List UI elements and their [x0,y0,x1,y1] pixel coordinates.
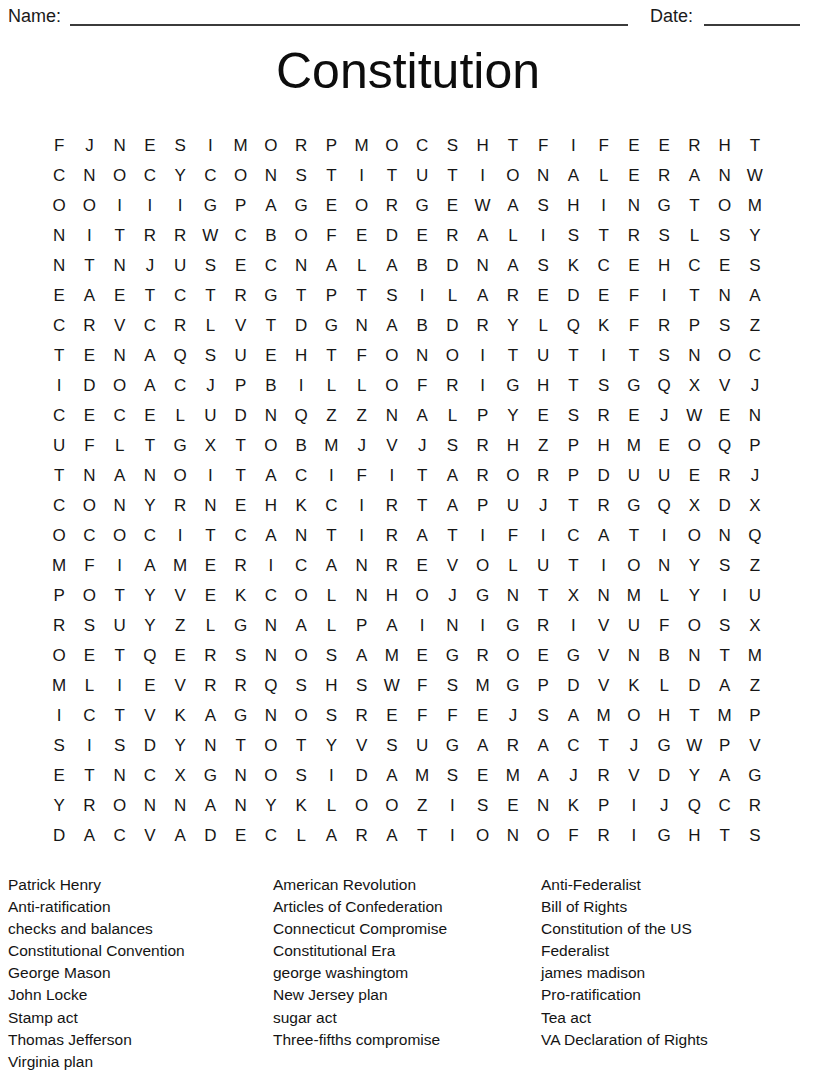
grid-cell: G [256,281,286,311]
grid-cell: C [256,581,286,611]
grid-cell: T [558,371,588,401]
grid-cell: I [407,611,437,641]
grid-cell: R [649,161,679,191]
grid-cell: B [407,311,437,341]
grid-cell: E [316,191,346,221]
grid-cell: I [619,791,649,821]
grid-cell: M [347,131,377,161]
grid-cell: N [710,161,740,191]
grid-cell: Z [740,551,770,581]
grid-cell: A [468,731,498,761]
grid-cell: S [44,731,74,761]
grid-cell: T [619,341,649,371]
grid-cell: J [195,371,225,401]
grid-cell: N [498,581,528,611]
grid-cell: C [44,161,74,191]
grid-cell: M [44,671,74,701]
grid-cell: A [347,641,377,671]
grid-cell: S [528,191,558,221]
grid-cell: T [74,761,104,791]
grid-cell: N [589,581,619,611]
grid-cell: G [498,671,528,701]
grid-cell: R [377,551,407,581]
grid-cell: C [135,761,165,791]
grid-cell: N [347,311,377,341]
word-list-item: Constitutional Era [273,940,541,962]
grid-cell: K [558,791,588,821]
grid-cell: V [226,311,256,341]
grid-cell: I [195,461,225,491]
grid-cell: C [44,401,74,431]
word-list-item: Bill of Rights [541,896,816,918]
grid-cell: C [105,821,135,851]
grid-cell: P [316,281,346,311]
grid-cell: D [195,821,225,851]
grid-cell: M [377,641,407,671]
grid-cell: Y [256,791,286,821]
grid-cell: I [44,701,74,731]
grid-cell: T [316,161,346,191]
grid-cell: A [105,461,135,491]
grid-cell: R [437,371,467,401]
grid-cell: X [740,491,770,521]
grid-cell: O [407,581,437,611]
grid-cell: Z [407,791,437,821]
grid-cell: D [377,221,407,251]
grid-cell: N [105,131,135,161]
grid-cell: S [710,611,740,641]
grid-cell: T [195,281,225,311]
grid-cell: I [256,551,286,581]
grid-cell: L [679,221,709,251]
grid-cell: E [619,161,649,191]
grid-cell: M [619,431,649,461]
grid-cell: A [286,611,316,641]
grid-cell: H [649,251,679,281]
grid-cell: N [649,551,679,581]
grid-cell: S [316,701,346,731]
grid-cell: M [407,761,437,791]
grid-cell: T [407,461,437,491]
grid-cell: A [377,611,407,641]
grid-cell: U [105,611,135,641]
grid-cell: O [105,371,135,401]
grid-cell: R [377,521,407,551]
word-list-item: checks and balances [8,918,273,940]
grid-cell: S [437,431,467,461]
grid-cell: L [195,311,225,341]
grid-cell: L [316,371,346,401]
grid-cell: C [740,341,770,371]
grid-cell: V [710,371,740,401]
grid-cell: R [589,491,619,521]
word-list-item: sugar act [273,1007,541,1029]
grid-cell: A [377,761,407,791]
date-blank-line [704,6,800,26]
grid-cell: N [377,401,407,431]
grid-cell: I [619,821,649,851]
grid-cell: O [498,641,528,671]
grid-cell: I [528,221,558,251]
grid-cell: R [377,191,407,221]
grid-cell: B [256,371,286,401]
grid-cell: L [316,581,346,611]
grid-cell: L [316,611,346,641]
grid-cell: R [468,641,498,671]
grid-cell: O [286,581,316,611]
grid-cell: A [437,461,467,491]
grid-cell: N [619,641,649,671]
grid-cell: C [256,821,286,851]
grid-cell: T [256,311,286,341]
grid-cell: Z [347,401,377,431]
grid-cell: A [195,791,225,821]
grid-cell: R [679,131,709,161]
grid-cell: N [105,341,135,371]
grid-cell: I [286,371,316,401]
grid-cell: D [558,671,588,701]
grid-cell: N [468,251,498,281]
word-list-item: Stamp act [8,1007,273,1029]
grid-cell: A [437,491,467,521]
grid-cell: Z [165,611,195,641]
grid-cell: N [286,251,316,281]
grid-cell: J [740,371,770,401]
word-list-column-1: Patrick HenryAnti-ratificationchecks and… [8,874,273,1073]
grid-cell: A [256,461,286,491]
grid-cell: O [437,341,467,371]
grid-cell: S [316,641,346,671]
grid-cell: S [437,131,467,161]
grid-cell: G [165,431,195,461]
grid-cell: F [619,281,649,311]
grid-cell: Y [679,551,709,581]
grid-cell: S [710,311,740,341]
grid-cell: N [195,731,225,761]
grid-cell: T [347,281,377,311]
word-list-item: VA Declaration of Rights [541,1029,816,1051]
grid-cell: Y [135,611,165,641]
grid-cell: I [528,521,558,551]
grid-cell: I [165,521,195,551]
grid-cell: C [286,461,316,491]
grid-cell: A [407,521,437,551]
grid-cell: U [649,461,679,491]
grid-cell: A [256,521,286,551]
word-list-item: Patrick Henry [8,874,273,896]
grid-cell: H [286,341,316,371]
grid-cell: Q [558,311,588,341]
word-list-item: John Locke [8,984,273,1006]
grid-cell: K [165,701,195,731]
grid-cell: N [195,491,225,521]
grid-cell: N [105,761,135,791]
grid-cell: F [407,371,437,401]
grid-cell: A [528,761,558,791]
grid-cell: F [407,701,437,731]
grid-cell: G [740,761,770,791]
grid-cell: Y [165,161,195,191]
grid-cell: L [286,821,316,851]
grid-cell: L [498,221,528,251]
grid-cell: N [256,701,286,731]
word-list: Patrick HenryAnti-ratificationchecks and… [0,874,816,1073]
grid-cell: M [226,131,256,161]
grid-cell: T [44,341,74,371]
grid-cell: S [710,221,740,251]
grid-cell: S [649,341,679,371]
grid-cell: G [498,371,528,401]
word-list-item: Thomas Jefferson [8,1029,273,1051]
grid-cell: G [195,191,225,221]
grid-cell: L [347,251,377,281]
word-list-item: Tea act [541,1007,816,1029]
grid-cell: G [619,371,649,401]
grid-cell: V [165,671,195,701]
grid-cell: B [407,251,437,281]
grid-cell: O [44,521,74,551]
grid-cell: T [558,491,588,521]
grid-cell: C [407,131,437,161]
grid-cell: X [679,491,709,521]
grid-cell: F [558,821,588,851]
grid-cell: T [710,641,740,671]
grid-cell: H [468,131,498,161]
grid-cell: M [589,701,619,731]
grid-cell: Y [316,731,346,761]
grid-cell: V [619,761,649,791]
grid-cell: Y [740,221,770,251]
grid-cell: F [44,131,74,161]
word-list-item: New Jersey plan [273,984,541,1006]
grid-cell: T [105,641,135,671]
grid-cell: L [437,281,467,311]
grid-cell: L [589,161,619,191]
grid-cell: Y [165,731,195,761]
grid-cell: J [649,401,679,431]
grid-cell: R [468,311,498,341]
grid-cell: E [619,251,649,281]
grid-cell: D [679,671,709,701]
grid-cell: N [679,641,709,671]
grid-cell: T [316,341,346,371]
grid-cell: O [226,161,256,191]
grid-cell: N [407,341,437,371]
word-list-item: Constitution of the US [541,918,816,940]
grid-cell: Q [135,641,165,671]
grid-cell: J [74,131,104,161]
grid-cell: C [105,401,135,431]
grid-cell: E [710,401,740,431]
grid-cell: P [558,461,588,491]
grid-cell: O [256,731,286,761]
grid-cell: Q [286,401,316,431]
grid-cell: S [740,251,770,281]
grid-cell: E [710,251,740,281]
grid-cell: I [437,821,467,851]
grid-cell: T [437,161,467,191]
word-list-item: Three-fifths compromise [273,1029,541,1051]
grid-cell: A [558,161,588,191]
grid-cell: A [498,251,528,281]
grid-cell: H [256,491,286,521]
grid-cell: E [44,281,74,311]
grid-cell: C [226,521,256,551]
grid-cell: T [498,131,528,161]
grid-cell: L [165,401,195,431]
grid-cell: F [74,431,104,461]
word-list-column-2: American RevolutionArticles of Confedera… [273,874,541,1073]
grid-cell: P [226,371,256,401]
grid-cell: G [649,821,679,851]
grid-cell: C [135,311,165,341]
grid-cell: Y [135,581,165,611]
grid-cell: C [195,161,225,191]
grid-cell: O [286,221,316,251]
grid-cell: R [74,791,104,821]
grid-cell: E [74,341,104,371]
grid-cell: G [437,641,467,671]
grid-cell: G [316,311,346,341]
grid-cell: C [256,251,286,281]
grid-cell: U [195,401,225,431]
grid-cell: A [558,701,588,731]
grid-cell: S [165,131,195,161]
grid-cell: P [226,191,256,221]
grid-cell: P [740,701,770,731]
grid-cell: A [256,191,286,221]
grid-cell: I [74,221,104,251]
grid-cell: C [135,521,165,551]
grid-cell: L [437,401,467,431]
grid-cell: I [468,341,498,371]
grid-cell: R [468,431,498,461]
name-label: Name: [8,6,61,27]
grid-cell: E [135,401,165,431]
grid-cell: I [74,731,104,761]
grid-cell: N [256,611,286,641]
grid-cell: B [649,641,679,671]
grid-cell: O [44,641,74,671]
grid-cell: R [347,701,377,731]
grid-cell: E [105,281,135,311]
grid-cell: O [377,371,407,401]
grid-cell: T [226,431,256,461]
grid-cell: U [165,251,195,281]
grid-cell: O [44,191,74,221]
grid-cell: Q [256,671,286,701]
grid-cell: N [256,401,286,431]
grid-cell: G [619,491,649,521]
puzzle-title: Constitution [0,30,816,99]
grid-cell: E [498,791,528,821]
grid-cell: Q [649,491,679,521]
grid-cell: W [679,401,709,431]
grid-cell: T [407,491,437,521]
grid-cell: A [195,701,225,731]
grid-cell: O [256,431,286,461]
grid-cell: J [498,701,528,731]
grid-cell: T [558,341,588,371]
grid-cell: U [226,341,256,371]
grid-cell: M [316,431,346,461]
grid-cell: N [679,341,709,371]
grid-cell: R [347,821,377,851]
grid-cell: T [619,521,649,551]
grid-cell: I [589,551,619,581]
grid-cell: A [74,821,104,851]
grid-cell: N [347,551,377,581]
grid-cell: R [649,311,679,341]
grid-cell: T [226,461,256,491]
grid-cell: T [44,461,74,491]
grid-cell: Y [498,401,528,431]
grid-cell: N [619,191,649,221]
grid-cell: E [468,701,498,731]
grid-cell: Z [740,311,770,341]
grid-cell: E [468,761,498,791]
grid-cell: Y [498,311,528,341]
grid-cell: S [589,371,619,401]
word-list-item: james madison [541,962,816,984]
grid-cell: A [377,251,407,281]
grid-cell: T [74,251,104,281]
grid-cell: A [74,281,104,311]
grid-cell: Y [679,581,709,611]
grid-cell: N [437,611,467,641]
grid-cell: O [74,191,104,221]
grid-cell: S [437,761,467,791]
grid-cell: O [377,791,407,821]
grid-cell: D [649,761,679,791]
grid-cell: X [195,431,225,461]
grid-cell: N [135,791,165,821]
grid-cell: I [377,461,407,491]
grid-cell: C [44,311,74,341]
grid-cell: N [710,281,740,311]
grid-cell: L [347,371,377,401]
grid-cell: V [135,701,165,731]
grid-cell: Z [316,401,346,431]
grid-cell: F [649,611,679,641]
grid-cell: Y [44,791,74,821]
grid-cell: C [589,251,619,281]
grid-cell: E [226,491,256,521]
grid-cell: W [740,161,770,191]
grid-cell: O [679,521,709,551]
grid-cell: R [740,791,770,821]
grid-cell: O [619,551,649,581]
grid-cell: J [740,461,770,491]
grid-cell: G [226,611,256,641]
grid-cell: D [710,491,740,521]
grid-cell: A [710,671,740,701]
grid-cell: L [528,311,558,341]
grid-cell: F [589,131,619,161]
grid-cell: B [256,221,286,251]
grid-cell: T [286,731,316,761]
grid-cell: A [528,731,558,761]
grid-cell: I [468,521,498,551]
grid-cell: H [710,131,740,161]
grid-cell: G [498,611,528,641]
grid-cell: N [528,161,558,191]
grid-cell: M [165,551,195,581]
grid-cell: D [135,731,165,761]
grid-cell: F [347,341,377,371]
grid-cell: G [468,581,498,611]
grid-cell: E [44,761,74,791]
